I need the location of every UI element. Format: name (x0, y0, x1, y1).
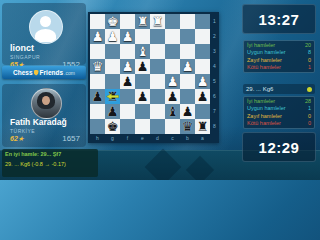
piece-white-pawn: ♟ (105, 29, 120, 44)
stats-panel-black: İyi hamleler28Uygun hamleler1Zayıf hamle… (243, 96, 315, 129)
square-e3[interactable]: ♝ (135, 44, 150, 59)
square-c6[interactable]: ♟ (165, 89, 180, 104)
move-eval-line: 29. ... Kg6 (-0.8 → -0.17) (5, 161, 95, 167)
piece-black-pawn: ♟ (165, 89, 180, 104)
square-a6[interactable]: ♟ (195, 89, 210, 104)
square-a2[interactable] (195, 29, 210, 44)
square-c7[interactable]: ♝ (165, 104, 180, 119)
avatar-photo (31, 88, 62, 119)
move-quality-dot (307, 87, 312, 92)
piece-white-pawn: ♟ (120, 29, 135, 44)
piece-white-rook: ♜ (150, 14, 165, 29)
file-labels: hgfedcba (90, 134, 210, 143)
avatar-head (40, 16, 51, 27)
square-g1[interactable]: ♚ (105, 14, 120, 29)
square-e7[interactable] (135, 104, 150, 119)
square-c3[interactable] (165, 44, 180, 59)
square-b7[interactable]: ♟ (180, 104, 195, 119)
square-e2[interactable] (135, 29, 150, 44)
rank-label-3: 3 (210, 44, 219, 59)
stat-value: 0 (308, 120, 311, 127)
current-move-text: 29. ... Kg6 (246, 86, 273, 92)
stat-value: 1 (308, 105, 311, 112)
square-c2[interactable] (165, 29, 180, 44)
stat-label: İyi hamleler (247, 98, 275, 105)
square-d3[interactable] (150, 44, 165, 59)
square-c8[interactable] (165, 119, 180, 134)
piece-white-rook: ♜ (135, 14, 150, 29)
logo-text-friends: Friends (40, 69, 63, 76)
rank-label-4: 4 (210, 59, 219, 74)
square-b1[interactable] (180, 14, 195, 29)
piece-black-rook: ♜ (195, 119, 210, 134)
square-a7[interactable] (195, 104, 210, 119)
player-country-black: TÜRKİYE (10, 128, 35, 134)
square-d6[interactable] (150, 89, 165, 104)
piece-black-king: ♚ (105, 119, 120, 134)
square-a3[interactable] (195, 44, 210, 59)
stat-value: 28 (305, 98, 311, 105)
rank-label-1: 1 (210, 14, 219, 29)
piece-black-pawn: ♟ (105, 104, 120, 119)
square-d5[interactable] (150, 74, 165, 89)
square-e4[interactable]: ♟ (135, 59, 150, 74)
avatar-torso (35, 29, 56, 42)
piece-black-pawn: ♟ (180, 104, 195, 119)
stat-label: Zayıf hamleler (247, 57, 282, 64)
logo-text-chess: Chess (13, 69, 33, 76)
piece-white-pawn: ♟ (195, 74, 210, 89)
file-label-g: g (105, 134, 120, 143)
square-d2[interactable] (150, 29, 165, 44)
stat-row-white-1: Uygun hamleler8 (247, 49, 311, 56)
rank-label-2: 2 (210, 29, 219, 44)
rank-labels: 12345678 (210, 14, 219, 134)
square-e5[interactable] (135, 74, 150, 89)
square-g5[interactable] (105, 74, 120, 89)
analysis-hint-box: En iyi hamle: 29... Şf7 29. ... Kg6 (-0.… (2, 149, 98, 177)
square-d1[interactable]: ♜ (150, 14, 165, 29)
square-b5[interactable] (180, 74, 195, 89)
stat-label: Kötü hamleler (247, 120, 281, 127)
rank-label-8: 8 (210, 119, 219, 134)
square-g4[interactable] (105, 59, 120, 74)
square-h6[interactable]: ♟ (90, 89, 105, 104)
player-name-white: lionct (10, 43, 34, 53)
stat-row-black-0: İyi hamleler28 (247, 98, 311, 105)
best-move-hint: En iyi hamle: 29... Şf7 (5, 151, 95, 157)
stat-value: 1 (308, 64, 311, 71)
square-a5[interactable]: ♟ (195, 74, 210, 89)
stat-value: 8 (308, 49, 311, 56)
piece-white-king: ♚ (105, 14, 120, 29)
square-e1[interactable]: ♜ (135, 14, 150, 29)
square-b8[interactable]: ♛ (180, 119, 195, 134)
stats-panel-white: İyi hamleler20Uygun hamleler8Zayıf hamle… (243, 40, 315, 73)
stat-label: İyi hamleler (247, 42, 275, 49)
square-b2[interactable] (180, 29, 195, 44)
player-name-black: Fatih Karadağ (10, 117, 67, 127)
piece-black-pawn: ♟ (90, 89, 105, 104)
stat-label: Uygun hamleler (247, 49, 286, 56)
piece-white-queen: ♛ (90, 59, 105, 74)
shield-icon (34, 70, 39, 76)
stat-row-black-2: Zayıf hamleler0 (247, 113, 311, 120)
square-d8[interactable] (150, 119, 165, 134)
avatar-face (42, 96, 50, 105)
stat-row-black-3: Kötü hamleler0 (247, 120, 311, 127)
file-label-d: d (150, 134, 165, 143)
square-b3[interactable] (180, 44, 195, 59)
file-label-c: c (165, 134, 180, 143)
player-country-white: SINGAPUR (10, 54, 40, 60)
stat-label: Uygun hamleler (247, 105, 286, 112)
square-g3[interactable] (105, 44, 120, 59)
square-f5[interactable]: ♟ (120, 74, 135, 89)
rank-label-5: 5 (210, 74, 219, 89)
piece-black-pawn: ♟ (195, 89, 210, 104)
piece-black-pawn: ♟ (135, 59, 150, 74)
piece-black-queen: ♛ (180, 119, 195, 134)
square-e8[interactable] (135, 119, 150, 134)
square-c5[interactable]: ♟ (165, 74, 180, 89)
clock-white: 13:27 (242, 4, 316, 34)
square-a1[interactable] (195, 14, 210, 29)
file-label-e: e (135, 134, 150, 143)
square-d4[interactable] (150, 59, 165, 74)
square-b6[interactable] (180, 89, 195, 104)
chess-board: ♚♜♜♟♟♟♝♛♟♟♟♟♟♟♟♜♟♟♟♟♝♟♚♛♜ 12345678 hgfed… (88, 12, 219, 143)
file-label-h: h (90, 134, 105, 143)
stat-value: 0 (308, 57, 311, 64)
square-h7[interactable] (90, 104, 105, 119)
logo-text-tld: .com (64, 70, 75, 76)
stat-row-white-3: Kötü hamleler1 (247, 64, 311, 71)
square-f3[interactable] (120, 44, 135, 59)
rank-label-6: 6 (210, 89, 219, 104)
chessfriends-logo[interactable]: Chess Friends .com (2, 66, 86, 79)
square-c1[interactable] (165, 14, 180, 29)
player-stars-black: 62★ (10, 135, 24, 143)
square-g6[interactable]: ♜ (105, 89, 120, 104)
square-e6[interactable]: ♟ (135, 89, 150, 104)
square-g2[interactable]: ♟ (105, 29, 120, 44)
square-h8[interactable] (90, 119, 105, 134)
stat-row-black-1: Uygun hamleler1 (247, 105, 311, 112)
rank-label-7: 7 (210, 104, 219, 119)
square-f7[interactable] (120, 104, 135, 119)
clock-black: 12:29 (242, 132, 316, 162)
stat-value: 0 (308, 113, 311, 120)
square-f6[interactable] (120, 89, 135, 104)
square-b4[interactable]: ♟ (180, 59, 195, 74)
square-h4[interactable]: ♛ (90, 59, 105, 74)
move-list-current[interactable]: 29. ... Kg6 (243, 84, 315, 94)
square-h2[interactable]: ♟ (90, 29, 105, 44)
piece-white-pawn: ♟ (180, 59, 195, 74)
player-card-white[interactable]: lionct SINGAPUR 65★ 1552 (2, 3, 86, 65)
stat-row-white-0: İyi hamleler20 (247, 42, 311, 49)
chessfriends-game-screen: { "game": "chess", "site": {"name_part1"… (0, 0, 320, 180)
piece-white-pawn: ♟ (165, 74, 180, 89)
file-label-a: a (195, 134, 210, 143)
stat-value: 20 (305, 42, 311, 49)
square-a8[interactable]: ♜ (195, 119, 210, 134)
last-move-arrow-icon (106, 93, 119, 100)
piece-black-pawn: ♟ (135, 89, 150, 104)
board-grid: ♚♜♜♟♟♟♝♛♟♟♟♟♟♟♟♜♟♟♟♟♝♟♚♛♜ (90, 14, 210, 134)
square-c4[interactable] (165, 59, 180, 74)
square-h5[interactable] (90, 74, 105, 89)
square-d7[interactable] (150, 104, 165, 119)
file-label-b: b (180, 134, 195, 143)
square-f1[interactable] (120, 14, 135, 29)
piece-white-bishop: ♝ (135, 44, 150, 59)
square-a4[interactable] (195, 59, 210, 74)
piece-black-bishop: ♝ (165, 104, 180, 119)
stat-row-white-2: Zayıf hamleler0 (247, 57, 311, 64)
avatar-silhouette-icon (29, 10, 63, 44)
stat-label: Zayıf hamleler (247, 113, 282, 120)
player-rating-black: 1657 (62, 134, 80, 143)
file-label-f: f (120, 134, 135, 143)
piece-black-pawn: ♟ (120, 74, 135, 89)
square-f8[interactable] (120, 119, 135, 134)
square-h1[interactable] (90, 14, 105, 29)
player-card-black[interactable]: Fatih Karadağ TÜRKİYE 62★ 1657 (2, 84, 86, 147)
stat-label: Kötü hamleler (247, 64, 281, 71)
square-g7[interactable]: ♟ (105, 104, 120, 119)
piece-white-pawn: ♟ (90, 29, 105, 44)
piece-white-pawn: ♟ (120, 59, 135, 74)
square-h3[interactable] (90, 44, 105, 59)
square-g8[interactable]: ♚ (105, 119, 120, 134)
square-f2[interactable]: ♟ (120, 29, 135, 44)
square-f4[interactable]: ♟ (120, 59, 135, 74)
